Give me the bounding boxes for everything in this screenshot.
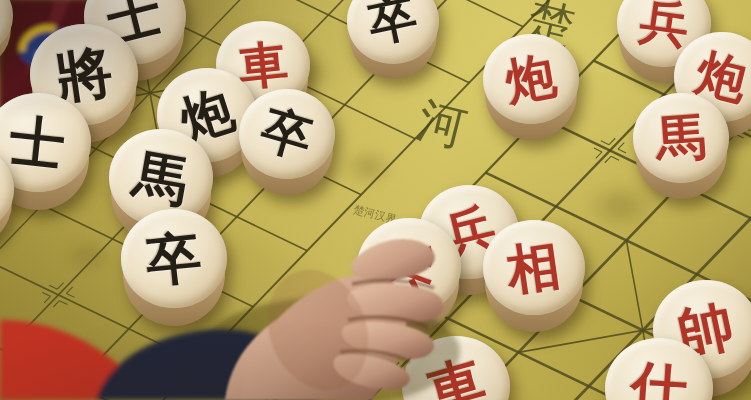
xiangqi-photo: 楚河楚河汉界 士將士炮馬卒卒卒車炮兵炮馬兵相兵帥仕車 (0, 0, 751, 400)
piece-character: 卒 (256, 103, 318, 165)
piece-character: 士 (8, 112, 69, 173)
piece-black-piece-partial[interactable] (0, 146, 14, 242)
piece-character: 仕 (629, 359, 689, 400)
piece-black-soldier[interactable]: 卒 (239, 89, 335, 189)
piece-red-soldier-held[interactable]: 兵 (357, 218, 461, 326)
piece-top: 相 (483, 220, 585, 315)
piece-character: 車 (421, 352, 490, 400)
piece-top: 卒 (239, 89, 335, 179)
piece-character: 卒 (365, 0, 422, 49)
piece-red-advisor[interactable]: 仕 (605, 338, 713, 400)
piece-black-piece-partial[interactable] (0, 0, 13, 64)
piece-top: 卒 (121, 209, 227, 308)
piece-top: 仕 (605, 338, 713, 400)
piece-character: 馬 (654, 111, 707, 164)
piece-top: 兵 (357, 218, 461, 315)
piece-character: 卒 (144, 228, 205, 289)
piece-red-elephant[interactable]: 相 (483, 220, 585, 326)
piece-black-soldier[interactable]: 卒 (347, 0, 439, 74)
piece-top: 車 (402, 336, 510, 400)
piece-red-horse[interactable]: 馬 (633, 93, 729, 193)
piece-character: 相 (504, 238, 564, 298)
pieces-layer: 士將士炮馬卒卒卒車炮兵炮馬兵相兵帥仕車 (0, 0, 751, 400)
piece-top: 炮 (483, 34, 579, 124)
piece-red-chariot[interactable]: 車 (402, 336, 510, 400)
piece-character: 馬 (130, 146, 193, 209)
piece-top: 馬 (633, 93, 729, 183)
piece-character: 兵 (374, 232, 443, 301)
piece-red-cannon[interactable]: 炮 (483, 34, 579, 134)
piece-black-soldier[interactable]: 卒 (121, 209, 227, 319)
piece-character: 炮 (502, 50, 560, 108)
